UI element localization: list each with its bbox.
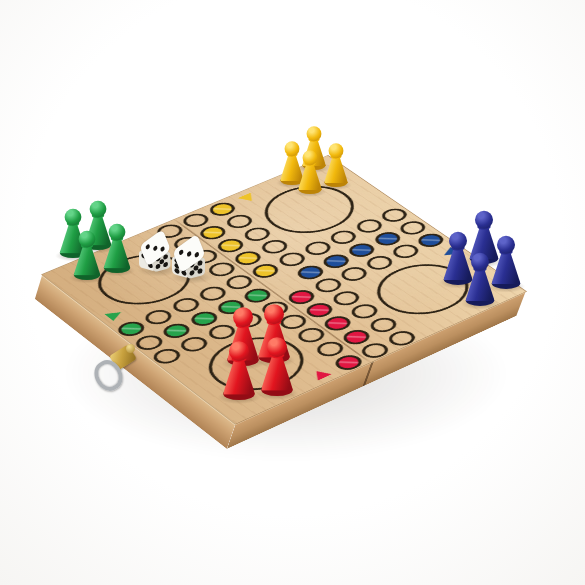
pawn-head	[303, 150, 318, 165]
pawn-yellow-3[interactable]	[323, 143, 350, 187]
scene	[0, 0, 585, 585]
pawn-head	[79, 231, 96, 248]
pawn-green-3[interactable]	[102, 224, 132, 273]
pawn-body	[261, 356, 293, 391]
pawn-head	[109, 224, 126, 241]
pawn-body	[74, 247, 100, 276]
die-pip	[163, 262, 168, 268]
pawn-green-4[interactable]	[72, 231, 102, 280]
pawn-red-4[interactable]	[221, 341, 257, 400]
die-pip	[156, 263, 161, 269]
pawn-body	[223, 360, 255, 395]
pawn-head	[475, 211, 493, 229]
brass-latch-knob	[126, 344, 135, 353]
pawn-body	[466, 270, 495, 301]
die-pip	[160, 246, 165, 253]
die-pip	[190, 270, 195, 276]
pawn-head	[329, 143, 344, 158]
die-pip	[186, 250, 192, 257]
pawn-body	[298, 164, 321, 190]
pawn-head	[264, 304, 284, 324]
pawn-head	[229, 341, 249, 361]
pawn-head	[65, 209, 82, 226]
die-2[interactable]	[172, 242, 212, 282]
pawn-head	[307, 126, 322, 141]
pawn-head	[471, 253, 489, 271]
die-pip	[194, 251, 200, 258]
die-pip	[197, 268, 202, 274]
pawn-head	[267, 337, 287, 357]
pawn-head	[233, 307, 253, 327]
pawn-body	[324, 157, 347, 183]
pawn-head	[90, 201, 107, 218]
die-pip	[178, 249, 184, 256]
pawn-yellow-4[interactable]	[297, 150, 324, 194]
pawn-blue-4[interactable]	[464, 253, 496, 306]
die-pip	[145, 244, 150, 251]
pawn-red-3[interactable]	[259, 337, 295, 396]
pawn-head	[449, 232, 467, 250]
pawn-body	[104, 240, 130, 269]
pawn-head	[497, 236, 515, 254]
die-pip	[152, 245, 157, 252]
